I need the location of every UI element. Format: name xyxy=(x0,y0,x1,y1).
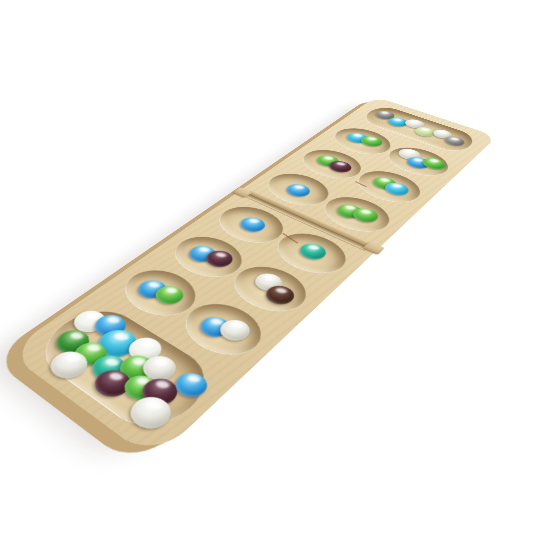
wooden-latch-left xyxy=(232,187,252,198)
photo-canvas xyxy=(0,0,540,540)
stone-blue xyxy=(282,182,314,200)
wooden-latch-right xyxy=(362,241,384,254)
scene xyxy=(69,0,528,454)
stone-gray xyxy=(442,135,467,148)
stone-blue xyxy=(235,215,269,235)
mancala-board xyxy=(6,97,497,461)
stone-teal xyxy=(295,241,331,263)
